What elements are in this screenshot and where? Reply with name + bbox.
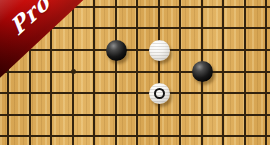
board-intersection[interactable] (105, 0, 127, 18)
board-intersection[interactable] (41, 104, 63, 126)
board-intersection[interactable] (105, 39, 127, 61)
board-intersection[interactable] (19, 61, 41, 83)
board-intersection[interactable] (256, 0, 270, 18)
board-intersection[interactable] (170, 0, 192, 18)
board-intersection[interactable] (105, 82, 127, 104)
board-intersection[interactable] (234, 39, 256, 61)
board-intersection[interactable] (148, 0, 170, 18)
board-intersection[interactable] (213, 39, 235, 61)
board-intersection[interactable] (41, 61, 63, 83)
board-intersection[interactable] (84, 0, 106, 18)
board-intersection[interactable] (148, 18, 170, 40)
board-intersection[interactable] (213, 0, 235, 18)
board-intersection[interactable] (170, 125, 192, 145)
board-intersection[interactable] (191, 18, 213, 40)
board-intersection[interactable] (0, 125, 19, 145)
board-intersection[interactable] (127, 39, 149, 61)
board-intersection[interactable] (62, 18, 84, 40)
board-intersection[interactable] (127, 61, 149, 83)
board-intersection[interactable] (213, 104, 235, 126)
board-intersection[interactable] (191, 39, 213, 61)
board-intersection[interactable] (234, 125, 256, 145)
board-intersection[interactable] (127, 104, 149, 126)
board-intersection[interactable] (170, 18, 192, 40)
board-intersection[interactable] (213, 125, 235, 145)
board-intersection[interactable] (105, 125, 127, 145)
board-intersection[interactable] (191, 125, 213, 145)
board-intersection[interactable] (148, 125, 170, 145)
board-intersection[interactable] (0, 104, 19, 126)
star-point (71, 69, 76, 74)
board-intersection[interactable] (105, 61, 127, 83)
board-intersection[interactable] (19, 82, 41, 104)
board-intersection[interactable] (148, 104, 170, 126)
board-intersection[interactable] (84, 18, 106, 40)
board-intersection[interactable] (148, 39, 170, 61)
board-intersection[interactable] (170, 82, 192, 104)
board-intersection[interactable] (234, 61, 256, 83)
board-intersection[interactable] (127, 82, 149, 104)
board-intersection[interactable] (105, 18, 127, 40)
board-intersection[interactable] (256, 61, 270, 83)
white-stone (149, 40, 170, 61)
last-move-circle-marker (154, 88, 165, 99)
board-intersection[interactable] (19, 125, 41, 145)
board-intersection[interactable] (62, 39, 84, 61)
board-intersection[interactable] (213, 61, 235, 83)
board-intersection[interactable] (256, 125, 270, 145)
board-intersection[interactable] (41, 82, 63, 104)
board-intersection[interactable] (234, 0, 256, 18)
board-intersection[interactable] (170, 61, 192, 83)
black-stone (106, 40, 127, 61)
board-intersection[interactable] (41, 39, 63, 61)
board-intersection[interactable] (170, 104, 192, 126)
board-intersection[interactable] (84, 82, 106, 104)
board-intersection[interactable] (19, 104, 41, 126)
board-intersection[interactable] (62, 125, 84, 145)
board-intersection[interactable] (191, 104, 213, 126)
board-intersection[interactable] (0, 82, 19, 104)
board-intersection[interactable] (84, 104, 106, 126)
board-intersection[interactable] (213, 18, 235, 40)
black-stone (192, 61, 213, 82)
board-intersection[interactable] (127, 18, 149, 40)
board-intersection[interactable] (191, 61, 213, 83)
board-intersection[interactable] (127, 125, 149, 145)
board-intersection[interactable] (41, 125, 63, 145)
board-intersection[interactable] (234, 104, 256, 126)
board-intersection[interactable] (256, 39, 270, 61)
go-app-screenshot: Pro (0, 0, 270, 145)
board-intersection[interactable] (62, 82, 84, 104)
board-intersection[interactable] (256, 104, 270, 126)
board-intersection[interactable] (127, 0, 149, 18)
board-intersection[interactable] (256, 82, 270, 104)
board-intersection[interactable] (62, 61, 84, 83)
board-intersection[interactable] (191, 0, 213, 18)
board-intersection[interactable] (191, 82, 213, 104)
board-intersection[interactable] (148, 61, 170, 83)
board-intersection[interactable] (234, 18, 256, 40)
board-intersection[interactable] (234, 82, 256, 104)
board-intersection[interactable] (105, 104, 127, 126)
board-intersection[interactable] (84, 39, 106, 61)
board-intersection[interactable] (62, 104, 84, 126)
board-intersection[interactable] (84, 125, 106, 145)
board-intersection[interactable] (84, 61, 106, 83)
board-intersection[interactable] (170, 39, 192, 61)
board-intersection[interactable] (213, 82, 235, 104)
board-intersection[interactable] (148, 82, 170, 104)
white-stone (149, 83, 170, 104)
board-intersection[interactable] (256, 18, 270, 40)
